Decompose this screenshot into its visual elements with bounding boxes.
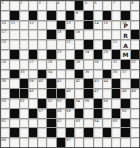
cell-8-3[interactable]: 33 (20, 70, 28, 79)
cell-3-5[interactable] (38, 21, 46, 30)
clue-number: 34 (48, 70, 52, 74)
clue-number: 3 (39, 1, 41, 5)
clue-number: 9 (76, 11, 78, 15)
clue-number: 4 (57, 1, 59, 5)
cell-13-2[interactable] (10, 119, 18, 128)
clue-number: 15 (103, 21, 107, 25)
cell-7-15[interactable]: 32 (131, 60, 139, 69)
cell-5-15[interactable] (131, 40, 139, 49)
cell-10-15[interactable]: 49 (131, 89, 139, 98)
filled-letter: A (121, 40, 129, 49)
clue-number: 64 (94, 119, 98, 123)
cell-4-5[interactable] (38, 30, 46, 39)
cell-11-5 (38, 99, 46, 108)
clue-number: 56 (103, 99, 107, 103)
cell-9-8[interactable] (66, 79, 74, 88)
cell-14-6 (47, 128, 55, 137)
clue-number: 33 (20, 70, 24, 74)
cell-1-13[interactable]: 7 (112, 1, 120, 10)
cell-6-5[interactable] (38, 50, 46, 59)
cell-3-1[interactable]: 10 (1, 21, 9, 30)
cell-15-11[interactable] (94, 138, 102, 147)
cell-10-8[interactable]: 46 (66, 89, 74, 98)
clue-number: 65 (113, 119, 117, 123)
filled-letter: P (121, 21, 129, 30)
clue-number: 36 (113, 70, 117, 74)
clue-number: 45 (29, 89, 33, 93)
clue-number: 63 (76, 119, 80, 123)
cell-8-8[interactable] (66, 70, 74, 79)
cell-14-14 (121, 128, 129, 137)
cell-11-12[interactable]: 56 (103, 99, 111, 108)
cell-12-5[interactable]: 57 (38, 109, 46, 118)
cell-11-14 (121, 99, 129, 108)
cell-8-6[interactable]: 34 (47, 70, 55, 79)
cell-9-15 (131, 79, 139, 88)
clue-number: 11 (11, 21, 15, 25)
cell-7-6[interactable]: 28 (47, 60, 55, 69)
cell-12-15[interactable] (131, 109, 139, 118)
cell-4-12[interactable] (103, 30, 111, 39)
clue-number: 62 (57, 119, 61, 123)
cell-8-15[interactable] (131, 70, 139, 79)
clue-number: 47 (94, 89, 98, 93)
cell-7-3[interactable] (20, 60, 28, 69)
cell-14-3[interactable] (20, 128, 28, 137)
clue-number: 5 (85, 1, 87, 5)
cell-9-11[interactable]: 43 (94, 79, 102, 88)
cell-1-14[interactable] (121, 1, 129, 10)
cell-11-7[interactable]: 53 (57, 99, 65, 108)
cell-7-8 (66, 60, 74, 69)
clue-number: 14 (94, 21, 98, 25)
clue-number: 46 (66, 89, 70, 93)
cell-3-8[interactable]: 13 (66, 21, 74, 30)
cell-5-10 (84, 40, 92, 49)
cell-2-6 (47, 11, 55, 20)
cell-1-12[interactable] (103, 1, 111, 10)
cell-15-12[interactable] (103, 138, 111, 147)
cell-13-4[interactable] (29, 119, 37, 128)
cell-8-9 (75, 70, 83, 79)
cell-1-1[interactable]: 1 (1, 1, 9, 10)
clue-number: 28 (48, 60, 52, 64)
cell-6-4 (29, 50, 37, 59)
cell-14-12 (103, 128, 111, 137)
cell-5-3[interactable] (20, 40, 28, 49)
cell-5-5[interactable] (38, 40, 46, 49)
clue-number: 27 (29, 60, 33, 64)
cell-13-13[interactable]: 65 (112, 119, 120, 128)
clue-number: 51 (20, 99, 24, 103)
clue-number: 55 (85, 99, 89, 103)
cell-11-3[interactable]: 51 (20, 99, 28, 108)
cell-7-1[interactable]: 26 (1, 60, 9, 69)
cell-2-4 (29, 11, 37, 20)
cell-5-9[interactable] (75, 40, 83, 49)
cell-12-4 (29, 109, 37, 118)
cell-10-11[interactable]: 47 (94, 89, 102, 98)
clue-number: 30 (94, 60, 98, 64)
cell-13-12[interactable] (103, 119, 111, 128)
cell-9-6 (47, 79, 55, 88)
cell-14-7[interactable] (57, 128, 65, 137)
cell-13-1[interactable]: 61 (1, 119, 9, 128)
cell-7-9[interactable]: 29 (75, 60, 83, 69)
cell-8-10[interactable]: 35 (84, 70, 92, 79)
cell-11-4[interactable] (29, 99, 37, 108)
cell-11-6[interactable]: 52 (47, 99, 55, 108)
clue-number: 37 (122, 70, 126, 74)
cell-3-9[interactable] (75, 21, 83, 30)
clue-number: 13 (66, 21, 70, 25)
cell-4-3[interactable] (20, 30, 28, 39)
cell-9-3 (20, 79, 28, 88)
cell-13-7[interactable]: 62 (57, 119, 65, 128)
cell-12-9 (75, 109, 83, 118)
cell-1-7[interactable]: 4 (57, 1, 65, 10)
cell-14-2 (10, 128, 18, 137)
cell-7-7[interactable] (57, 60, 65, 69)
cell-7-4[interactable]: 27 (29, 60, 37, 69)
cell-15-15[interactable] (131, 138, 139, 147)
cell-5-8[interactable]: 21 (66, 40, 74, 49)
cell-1-11[interactable]: 6 (94, 1, 102, 10)
cell-4-6 (47, 30, 55, 39)
cell-4-1[interactable]: 17 (1, 30, 9, 39)
clue-number: 67 (66, 138, 70, 142)
cell-5-2[interactable] (10, 40, 18, 49)
cell-7-12[interactable] (103, 60, 111, 69)
cell-8-5 (38, 70, 46, 79)
cell-5-6[interactable] (47, 40, 55, 49)
cell-12-3[interactable] (20, 109, 28, 118)
cell-7-5[interactable] (38, 60, 46, 69)
cell-1-6[interactable] (47, 1, 55, 10)
cell-6-9 (75, 50, 83, 59)
cell-1-3[interactable]: 2 (20, 1, 28, 10)
cell-4-11[interactable] (94, 30, 102, 39)
clue-number: 20 (2, 40, 6, 44)
cell-9-7[interactable]: 41 (57, 79, 65, 88)
cell-10-9[interactable] (75, 89, 83, 98)
cell-9-2[interactable] (10, 79, 18, 88)
cell-4-14[interactable]: R (121, 30, 129, 39)
clue-number: 50 (2, 99, 6, 103)
cell-7-2[interactable] (10, 60, 18, 69)
clue-number: 66 (2, 138, 6, 142)
cell-7-11[interactable]: 30 (94, 60, 102, 69)
cell-14-13[interactable] (112, 128, 120, 137)
clue-number: 48 (122, 89, 126, 93)
cell-15-14[interactable] (121, 138, 129, 147)
cell-11-13[interactable] (112, 99, 120, 108)
cell-3-14[interactable]: 16P (121, 21, 129, 30)
cell-4-9[interactable]: 19 (75, 30, 83, 39)
cell-10-13 (112, 89, 120, 98)
cell-6-10[interactable]: 24 (84, 50, 92, 59)
cell-3-4[interactable]: 12 (29, 21, 37, 30)
cell-6-3[interactable] (20, 50, 28, 59)
cell-13-11[interactable]: 64 (94, 119, 102, 128)
cell-10-3 (20, 89, 28, 98)
cell-3-12[interactable]: 15 (103, 21, 111, 30)
clue-number: 12 (29, 21, 33, 25)
cell-6-14[interactable]: M (121, 50, 129, 59)
cell-2-8 (66, 11, 74, 20)
cell-2-11[interactable] (94, 11, 102, 20)
cell-8-11[interactable] (94, 70, 102, 79)
cell-12-1[interactable] (1, 109, 9, 118)
cell-6-6 (47, 50, 55, 59)
clue-number: 22 (113, 40, 117, 44)
cell-13-14 (121, 119, 129, 128)
cell-15-10[interactable] (84, 138, 92, 147)
cell-10-4[interactable]: 45 (29, 89, 37, 98)
clue-number: 42 (76, 79, 80, 83)
clue-number: 21 (66, 40, 70, 44)
cell-12-2 (10, 109, 18, 118)
cell-2-2 (10, 11, 18, 20)
clue-number: 29 (76, 60, 80, 64)
cell-1-8[interactable] (66, 1, 74, 10)
cell-10-10 (84, 89, 92, 98)
cell-7-13[interactable]: 31 (112, 60, 120, 69)
cell-8-13[interactable]: 36 (112, 70, 120, 79)
cell-6-7[interactable]: 23 (57, 50, 65, 59)
cell-1-15[interactable]: 8 (131, 1, 139, 10)
clue-number: 25 (103, 50, 107, 54)
clue-number: 49 (131, 89, 135, 93)
cell-12-14[interactable]: 60 (121, 109, 129, 118)
cell-1-4[interactable] (29, 1, 37, 10)
crossword-puzzle: 12345678910111213141516P171819R202122A23… (0, 0, 140, 148)
clue-number: 61 (2, 119, 6, 123)
cell-2-12 (103, 11, 111, 20)
cell-15-13[interactable] (112, 138, 120, 147)
clue-number: 39 (29, 79, 33, 83)
cell-14-11[interactable] (94, 128, 102, 137)
cell-13-5[interactable] (38, 119, 46, 128)
clue-number: 57 (39, 109, 43, 113)
crossword-grid: 12345678910111213141516P171819R202122A23… (0, 0, 140, 148)
cell-8-12 (103, 70, 111, 79)
cell-15-3[interactable] (20, 138, 28, 147)
cell-2-5[interactable] (38, 11, 46, 20)
clue-number: 31 (113, 60, 117, 64)
cell-4-2[interactable] (10, 30, 18, 39)
cell-12-12[interactable] (103, 109, 111, 118)
cell-6-2 (10, 50, 18, 59)
cell-12-10[interactable] (84, 109, 92, 118)
cell-12-13 (112, 109, 120, 118)
clue-number: 23 (57, 50, 61, 54)
cell-14-9[interactable] (75, 128, 83, 137)
cell-3-3[interactable] (20, 21, 28, 30)
cell-2-15[interactable] (131, 11, 139, 20)
cell-11-9[interactable]: 54 (75, 99, 83, 108)
clue-number: 59 (66, 109, 70, 113)
cell-5-11[interactable] (94, 40, 102, 49)
clue-number: 10 (2, 21, 6, 25)
clue-number: 7 (113, 1, 115, 5)
cell-11-15[interactable] (131, 99, 139, 108)
cell-9-14[interactable] (121, 79, 129, 88)
clue-number: 26 (2, 60, 6, 64)
clue-number: 18 (57, 30, 61, 34)
cell-8-7[interactable] (57, 70, 65, 79)
cell-10-7 (57, 89, 65, 98)
cell-13-10[interactable] (84, 119, 92, 128)
cell-14-4 (29, 128, 37, 137)
cell-5-12 (103, 40, 111, 49)
cell-13-3[interactable] (20, 119, 28, 128)
cell-5-1[interactable]: 20 (1, 40, 9, 49)
filled-letter: R (121, 30, 129, 39)
cell-9-9[interactable]: 42 (75, 79, 83, 88)
cell-10-5[interactable] (38, 89, 46, 98)
cell-1-5[interactable]: 3 (38, 1, 46, 10)
clue-number: 1 (2, 1, 4, 5)
cell-13-6 (47, 119, 55, 128)
cell-9-10 (84, 79, 92, 88)
cell-2-13[interactable] (112, 11, 120, 20)
cell-2-1[interactable] (1, 11, 9, 20)
cell-5-7[interactable] (57, 40, 65, 49)
cell-8-14[interactable]: 37 (121, 70, 129, 79)
clue-number: 35 (85, 70, 89, 74)
clue-number: 6 (94, 1, 96, 5)
cell-9-12[interactable]: 44 (103, 79, 111, 88)
cell-4-7[interactable]: 18 (57, 30, 65, 39)
cell-15-9[interactable] (75, 138, 83, 147)
clue-number: 17 (2, 30, 6, 34)
cell-9-5[interactable]: 40 (38, 79, 46, 88)
cell-9-4[interactable]: 39 (29, 79, 37, 88)
cell-4-8 (66, 30, 74, 39)
cell-6-13 (112, 50, 120, 59)
cell-3-7 (57, 21, 65, 30)
cell-12-11 (94, 109, 102, 118)
cell-11-2[interactable] (10, 99, 18, 108)
cell-4-13[interactable] (112, 30, 120, 39)
cell-11-10[interactable]: 55 (84, 99, 92, 108)
clue-number: 8 (131, 1, 133, 5)
cell-8-2 (10, 70, 18, 79)
cell-6-12[interactable]: 25 (103, 50, 111, 59)
cell-5-13[interactable]: 22 (112, 40, 120, 49)
clue-number: 43 (94, 79, 98, 83)
cell-11-11 (94, 99, 102, 108)
cell-5-4[interactable] (29, 40, 37, 49)
cell-3-15[interactable] (131, 21, 139, 30)
cell-8-1[interactable] (1, 70, 9, 79)
clue-number: 60 (122, 109, 126, 113)
cell-2-3[interactable] (20, 11, 28, 20)
cell-15-1[interactable]: 66 (1, 138, 9, 147)
cell-2-10 (84, 11, 92, 20)
cell-11-8 (66, 99, 74, 108)
clue-number: 40 (39, 79, 43, 83)
cell-7-10[interactable] (84, 60, 92, 69)
cell-14-5[interactable] (38, 128, 46, 137)
cell-6-11 (94, 50, 102, 59)
cell-4-4[interactable] (29, 30, 37, 39)
cell-15-8[interactable]: 67 (66, 138, 74, 147)
clue-number: 52 (48, 99, 52, 103)
cell-13-9[interactable]: 63 (75, 119, 83, 128)
cell-12-8[interactable]: 59 (66, 109, 74, 118)
clue-number: 53 (57, 99, 61, 103)
cell-9-13 (112, 79, 120, 88)
cell-14-15[interactable] (131, 128, 139, 137)
cell-13-15[interactable] (131, 119, 139, 128)
clue-number: 41 (57, 79, 61, 83)
cell-3-2[interactable]: 11 (10, 21, 18, 30)
cell-13-8[interactable] (66, 119, 74, 128)
cell-3-10 (84, 21, 92, 30)
cell-15-6[interactable] (47, 138, 55, 147)
cell-4-10[interactable] (84, 30, 92, 39)
filled-letter: M (121, 50, 129, 59)
cell-15-7 (57, 138, 65, 147)
clue-number: 44 (103, 79, 107, 83)
cell-15-5[interactable] (38, 138, 46, 147)
cell-15-4[interactable] (29, 138, 37, 147)
cell-2-7[interactable] (57, 11, 65, 20)
cell-10-1[interactable] (1, 89, 9, 98)
cell-2-14 (121, 11, 129, 20)
cell-2-9[interactable]: 9 (75, 11, 83, 20)
cell-9-1[interactable]: 38 (1, 79, 9, 88)
cell-3-13[interactable] (112, 21, 120, 30)
clue-number: 54 (76, 99, 80, 103)
cell-6-8[interactable] (66, 50, 74, 59)
cell-10-12[interactable] (103, 89, 111, 98)
clue-number: 32 (131, 60, 135, 64)
cell-14-1[interactable] (1, 128, 9, 137)
cell-12-6 (47, 109, 55, 118)
cell-5-14[interactable]: A (121, 40, 129, 49)
cell-6-15 (131, 50, 139, 59)
clue-number: 2 (20, 1, 22, 5)
clue-number: 19 (76, 30, 80, 34)
cell-3-11[interactable]: 14 (94, 21, 102, 30)
cell-10-14[interactable]: 48 (121, 89, 129, 98)
cell-10-2 (10, 89, 18, 98)
cell-11-1[interactable]: 50 (1, 99, 9, 108)
clue-number: 58 (57, 109, 61, 113)
cell-7-14 (121, 60, 129, 69)
cell-6-1[interactable] (1, 50, 9, 59)
cell-1-2[interactable] (10, 1, 18, 10)
clue-number: 38 (2, 79, 6, 83)
cell-3-6[interactable] (47, 21, 55, 30)
cell-4-15 (131, 30, 139, 39)
cell-12-7[interactable]: 58 (57, 109, 65, 118)
cell-8-4[interactable] (29, 70, 37, 79)
cell-10-6 (47, 89, 55, 98)
cell-14-10 (84, 128, 92, 137)
clue-number: 24 (85, 50, 89, 54)
cell-1-9 (75, 1, 83, 10)
cell-14-8 (66, 128, 74, 137)
cell-15-2[interactable] (10, 138, 18, 147)
cell-1-10[interactable]: 5 (84, 1, 92, 10)
